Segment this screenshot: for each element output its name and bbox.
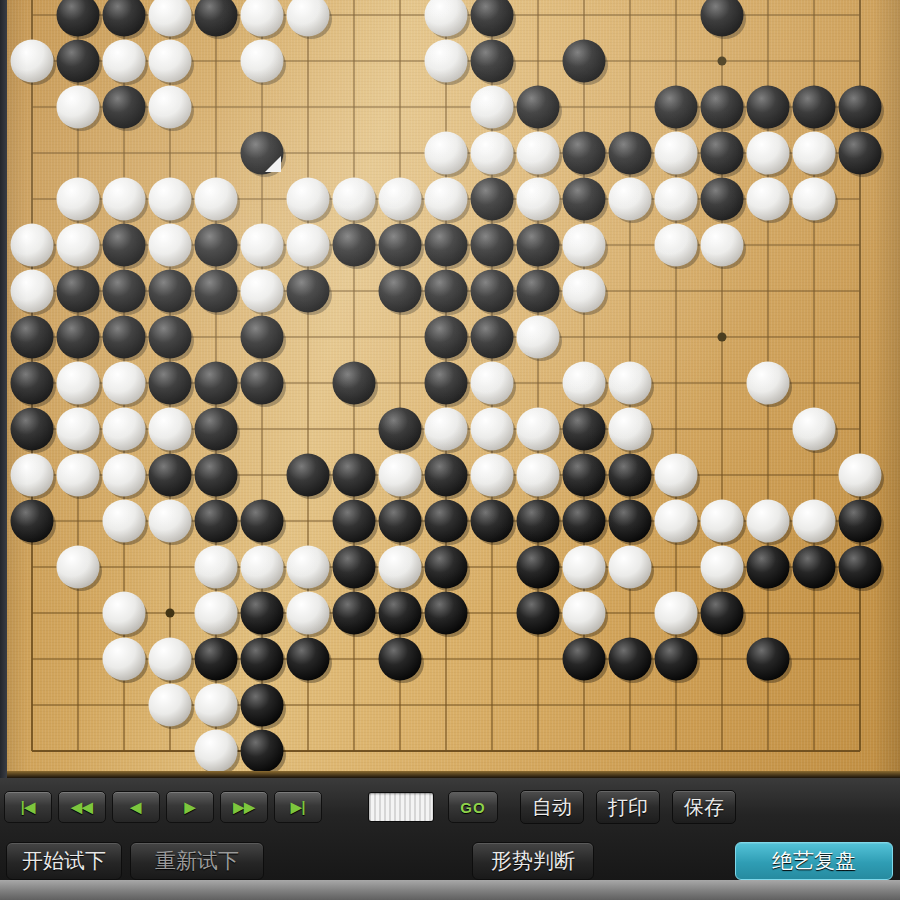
playback-controls: |◀◀◀◀▶▶▶▶| GO 自动 打印 保存 bbox=[4, 790, 736, 824]
print-button[interactable]: 打印 bbox=[596, 790, 660, 824]
nav-back-button[interactable]: ◀ bbox=[112, 791, 160, 823]
nav-fast-back-button[interactable]: ◀◀ bbox=[58, 791, 106, 823]
nav-first-button[interactable]: |◀ bbox=[4, 791, 52, 823]
nav-forward-button[interactable]: ▶ bbox=[166, 791, 214, 823]
ai-review-button[interactable]: 绝艺复盘 bbox=[735, 842, 893, 880]
save-button[interactable]: 保存 bbox=[672, 790, 736, 824]
nav-fast-forward-button[interactable]: ▶▶ bbox=[220, 791, 268, 823]
position-judge-button[interactable]: 形势判断 bbox=[472, 842, 594, 880]
go-button[interactable]: GO bbox=[448, 791, 498, 823]
nav-button-group: |◀◀◀◀▶▶▶▶| bbox=[4, 791, 322, 823]
bottom-toolbar: |◀◀◀◀▶▶▶▶| GO 自动 打印 保存 开始试下 重新试下 形势判断 绝艺… bbox=[0, 778, 900, 900]
start-trial-button[interactable]: 开始试下 bbox=[6, 842, 122, 880]
go-board-canvas bbox=[0, 0, 900, 778]
board-bottom-rim bbox=[0, 771, 900, 778]
desk-edge bbox=[0, 880, 900, 900]
move-number-input[interactable] bbox=[368, 792, 434, 822]
nav-last-button[interactable]: ▶| bbox=[274, 791, 322, 823]
go-app-window: |◀◀◀◀▶▶▶▶| GO 自动 打印 保存 开始试下 重新试下 形势判断 绝艺… bbox=[0, 0, 900, 900]
go-board[interactable] bbox=[0, 0, 900, 778]
retry-trial-button[interactable]: 重新试下 bbox=[130, 842, 264, 880]
screen-bezel-left bbox=[0, 0, 7, 778]
auto-button[interactable]: 自动 bbox=[520, 790, 584, 824]
